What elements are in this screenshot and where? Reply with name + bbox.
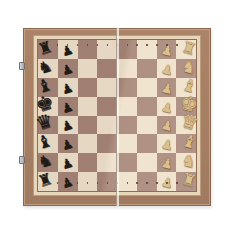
square: ♟	[157, 40, 177, 59]
piece-white-bishop: ♝	[176, 80, 196, 97]
square: ♚	[38, 97, 58, 116]
piece-black-king: ♚	[38, 96, 58, 116]
square	[97, 134, 117, 153]
square	[117, 40, 137, 59]
square	[137, 78, 157, 97]
square: ♝	[38, 78, 58, 97]
square: ♜	[38, 40, 58, 59]
piece-black-pawn: ♟	[58, 65, 78, 78]
piece-white-pawn: ♟	[157, 103, 177, 116]
piece-black-knight: ♞	[38, 156, 58, 172]
piece-black-knight: ♞	[38, 62, 58, 78]
piece-black-queen: ♛	[38, 115, 58, 134]
square	[117, 59, 137, 78]
piece-white-pawn: ♟	[157, 178, 177, 191]
square	[97, 153, 117, 172]
square: ♟	[157, 153, 177, 172]
square	[78, 78, 98, 97]
square	[117, 153, 137, 172]
square: ♟	[58, 134, 78, 153]
square	[137, 116, 157, 135]
square	[78, 153, 98, 172]
piece-black-bishop: ♝	[38, 136, 58, 153]
square: ♝	[176, 134, 196, 153]
square	[137, 97, 157, 116]
square	[97, 116, 117, 135]
square	[137, 134, 157, 153]
square	[117, 78, 137, 97]
square: ♟	[157, 134, 177, 153]
square: ♟	[58, 40, 78, 59]
square: ♟	[157, 59, 177, 78]
piece-white-pawn: ♟	[157, 121, 177, 134]
piece-black-pawn: ♟	[58, 178, 78, 191]
piece-white-bishop: ♝	[176, 136, 196, 153]
square	[78, 40, 98, 59]
piece-white-pawn: ♟	[157, 140, 177, 153]
piece-black-pawn: ♟	[58, 46, 78, 59]
hinge-icon	[19, 62, 25, 70]
square	[97, 40, 117, 59]
square: ♚	[176, 97, 196, 116]
piece-black-pawn: ♟	[58, 103, 78, 116]
product-photo: ♜♟♟♜♞♟♟♞♝♟♟♝♚♟♟♚♛♟♟♛♝♟♟♝♞♟♟♞♜♟♟♜	[0, 0, 230, 230]
fold-seam	[116, 28, 119, 206]
square	[78, 59, 98, 78]
piece-black-pawn: ♟	[58, 84, 78, 97]
square: ♛	[38, 116, 58, 135]
hinge-icon	[19, 156, 25, 164]
square: ♞	[176, 59, 196, 78]
square	[97, 97, 117, 116]
square: ♟	[58, 97, 78, 116]
piece-white-queen: ♛	[176, 115, 196, 134]
piece-black-pawn: ♟	[58, 121, 78, 134]
piece-black-bishop: ♝	[38, 80, 58, 97]
square	[137, 40, 157, 59]
square: ♝	[176, 78, 196, 97]
square: ♟	[58, 153, 78, 172]
square	[117, 134, 137, 153]
piece-white-knight: ♞	[176, 156, 196, 172]
square	[78, 134, 98, 153]
piece-white-pawn: ♟	[157, 46, 177, 59]
square	[97, 78, 117, 97]
square	[117, 97, 137, 116]
square: ♞	[176, 153, 196, 172]
square: ♝	[38, 134, 58, 153]
piece-white-pawn: ♟	[157, 65, 177, 78]
piece-black-pawn: ♟	[58, 140, 78, 153]
piece-white-knight: ♞	[176, 62, 196, 78]
chess-board-case: ♜♟♟♜♞♟♟♞♝♟♟♝♚♟♟♚♛♟♟♛♝♟♟♝♞♟♟♞♜♟♟♜	[23, 28, 211, 206]
square	[117, 116, 137, 135]
square: ♜	[176, 40, 196, 59]
piece-white-pawn: ♟	[157, 159, 177, 172]
square: ♟	[157, 97, 177, 116]
square: ♟	[157, 116, 177, 135]
square: ♟	[58, 116, 78, 135]
square: ♞	[38, 59, 58, 78]
square	[97, 59, 117, 78]
square	[78, 116, 98, 135]
square	[137, 153, 157, 172]
square: ♟	[58, 59, 78, 78]
piece-black-pawn: ♟	[58, 159, 78, 172]
square: ♞	[38, 153, 58, 172]
piece-white-pawn: ♟	[157, 84, 177, 97]
square	[78, 97, 98, 116]
square: ♟	[157, 78, 177, 97]
square: ♟	[58, 78, 78, 97]
piece-white-king: ♚	[176, 96, 196, 116]
square	[137, 59, 157, 78]
square: ♛	[176, 116, 196, 135]
